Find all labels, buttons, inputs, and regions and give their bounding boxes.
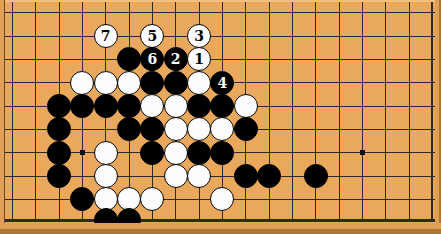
stone-black <box>140 141 164 165</box>
stone-black <box>94 94 118 118</box>
stone-white <box>140 94 164 118</box>
stone-white <box>187 117 211 141</box>
stone-black <box>47 164 71 188</box>
stone-black <box>210 94 234 118</box>
stone-white <box>210 187 234 211</box>
stone-white <box>70 71 94 95</box>
stone-black-move-6: 6 <box>140 47 164 71</box>
stone-white <box>94 164 118 188</box>
stone-black <box>70 187 94 211</box>
frame-left <box>0 0 5 234</box>
frame-right <box>435 0 441 234</box>
grid-line-horizontal <box>4 12 435 13</box>
stone-black <box>304 164 328 188</box>
stone-white <box>164 94 188 118</box>
stone-black <box>187 141 211 165</box>
stone-white <box>117 71 141 95</box>
stone-black-move-4: 4 <box>210 71 234 95</box>
stone-white <box>164 117 188 141</box>
stone-black <box>47 141 71 165</box>
stone-white-move-3: 3 <box>187 24 211 48</box>
stone-black <box>164 71 188 95</box>
frame-top <box>0 0 441 2</box>
stone-white <box>140 187 164 211</box>
stone-white <box>187 164 211 188</box>
stone-white <box>164 141 188 165</box>
stone-black <box>140 117 164 141</box>
go-diagram: 7536214 <box>0 0 441 234</box>
grid-line-horizontal <box>4 59 435 60</box>
stone-black <box>47 117 71 141</box>
stone-black-move-2: 2 <box>164 47 188 71</box>
stone-black <box>234 164 258 188</box>
stone-black <box>140 71 164 95</box>
stone-black <box>47 94 71 118</box>
stone-white <box>210 117 234 141</box>
stone-white-move-5: 5 <box>140 24 164 48</box>
stone-black <box>234 117 258 141</box>
stone-black <box>70 94 94 118</box>
stone-white <box>164 164 188 188</box>
star-point <box>80 150 85 155</box>
stone-white-move-1: 1 <box>187 47 211 71</box>
stone-white <box>187 71 211 95</box>
go-board: 7536214 <box>0 0 441 234</box>
grid-line-horizontal <box>4 219 435 222</box>
stone-white <box>94 141 118 165</box>
stone-white <box>234 94 258 118</box>
stone-black <box>210 141 234 165</box>
stone-black <box>117 94 141 118</box>
grid-line-horizontal <box>4 36 435 37</box>
stone-black <box>117 47 141 71</box>
stone-black <box>117 117 141 141</box>
stone-black <box>187 94 211 118</box>
star-point <box>360 150 365 155</box>
stone-black <box>257 164 281 188</box>
stone-white <box>94 71 118 95</box>
frame-bottom-outer <box>0 229 441 234</box>
stone-white-move-7: 7 <box>94 24 118 48</box>
